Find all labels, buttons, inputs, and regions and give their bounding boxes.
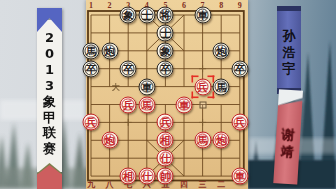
- red-player-name-char: 谢: [276, 125, 301, 143]
- black-piece-士: 士: [157, 24, 174, 41]
- black-piece-馬: 馬: [83, 42, 100, 59]
- red-piece-仕: 仕: [138, 168, 155, 185]
- xiangqi-board: 123456789 九八七六五四三二一 大象棋 象士将車士馬炮象炮卒卒卒卒車馬兵…: [86, 0, 248, 189]
- video-thumbnail[interactable]: 2013象甲联赛 123456789 九八七六五四三二一 大象棋 象士将車士馬炮…: [0, 0, 336, 189]
- red-piece-仕: 仕: [157, 150, 174, 167]
- red-piece-帥: 帥: [157, 168, 174, 185]
- black-piece-士: 士: [138, 7, 155, 24]
- event-banner-char: 赛: [37, 141, 62, 157]
- file-number-top: 9: [238, 1, 242, 10]
- black-piece-車: 車: [138, 78, 155, 95]
- file-number-top: 8: [219, 1, 223, 10]
- event-banner: 2013象甲联赛: [37, 8, 62, 185]
- red-player-name: 谢靖: [275, 125, 301, 160]
- black-piece-将: 将: [157, 7, 174, 24]
- black-piece-馬: 馬: [213, 78, 230, 95]
- red-piece-相: 相: [120, 168, 137, 185]
- last-move-from-marker: [199, 101, 206, 108]
- file-number-top: 1: [89, 1, 93, 10]
- event-banner-char: 3: [37, 78, 62, 94]
- red-piece-炮: 炮: [213, 132, 230, 149]
- river-mark-text: 大: [112, 82, 120, 93]
- black-piece-象: 象: [120, 7, 137, 24]
- black-piece-炮: 炮: [101, 42, 118, 59]
- black-player-name-char: 宇: [277, 61, 301, 78]
- black-banner-top-band: [277, 6, 301, 11]
- black-player-name-char: 孙: [277, 28, 301, 45]
- red-piece-兵: 兵: [83, 114, 100, 131]
- red-player-name-char: 靖: [275, 142, 300, 160]
- file-number-bottom: 八: [106, 180, 114, 189]
- event-banner-text: 2013象甲联赛: [37, 30, 62, 157]
- black-player-name-char: 浩: [277, 45, 301, 62]
- black-piece-車: 車: [194, 7, 211, 24]
- event-banner-char: 2: [37, 30, 62, 46]
- event-banner-char: 联: [37, 125, 62, 141]
- red-piece-馬: 馬: [194, 132, 211, 149]
- black-player-name: 孙浩宇: [277, 28, 301, 78]
- red-piece-兵: 兵: [157, 114, 174, 131]
- file-number-bottom: 二: [217, 180, 225, 189]
- red-piece-相: 相: [157, 132, 174, 149]
- red-piece-兵: 兵: [120, 96, 137, 113]
- black-piece-象: 象: [157, 42, 174, 59]
- event-banner-char: 象: [37, 94, 62, 110]
- black-piece-卒: 卒: [231, 60, 248, 77]
- file-number-bottom: 四: [180, 180, 188, 189]
- black-piece-炮: 炮: [213, 42, 230, 59]
- red-piece-炮: 炮: [101, 132, 118, 149]
- last-move-to-marker: [191, 75, 214, 98]
- file-number-bottom: 九: [87, 180, 95, 189]
- file-number-top: 2: [108, 1, 112, 10]
- file-number-top: 6: [182, 1, 186, 10]
- event-banner-char: 1: [37, 62, 62, 78]
- event-banner-char: 甲: [37, 110, 62, 126]
- event-banner-char: 0: [37, 46, 62, 62]
- red-piece-車: 車: [176, 96, 193, 113]
- black-piece-卒: 卒: [83, 60, 100, 77]
- black-piece-卒: 卒: [120, 60, 137, 77]
- file-number-bottom: 三: [199, 180, 207, 189]
- red-piece-馬: 馬: [138, 96, 155, 113]
- red-piece-車: 車: [231, 168, 248, 185]
- red-piece-兵: 兵: [231, 114, 248, 131]
- black-piece-卒: 卒: [157, 60, 174, 77]
- player-banner-black: 孙浩宇: [277, 6, 301, 94]
